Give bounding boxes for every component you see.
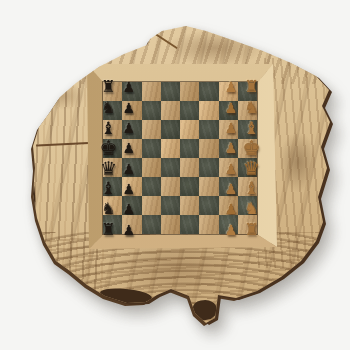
black-pawn[interactable]: ♟ xyxy=(123,181,136,195)
square-r8c7[interactable]: ♟ xyxy=(219,215,238,234)
square-r5c7[interactable]: ♟ xyxy=(219,158,238,177)
square-r1c7[interactable]: ♟ xyxy=(219,82,238,101)
black-pawn[interactable]: ♟ xyxy=(123,141,136,155)
square-r3c3[interactable] xyxy=(142,120,161,139)
square-r7c4[interactable] xyxy=(161,196,180,215)
white-rook[interactable]: ♜ xyxy=(244,79,258,95)
white-pawn[interactable]: ♟ xyxy=(225,100,238,114)
square-r8c3[interactable] xyxy=(142,215,161,234)
square-r6c6[interactable] xyxy=(199,177,218,196)
square-r6c3[interactable] xyxy=(142,177,161,196)
black-pawn[interactable]: ♟ xyxy=(123,202,136,216)
square-r3c6[interactable] xyxy=(199,120,218,139)
square-r5c5[interactable] xyxy=(180,158,199,177)
square-r8c4[interactable] xyxy=(161,215,180,234)
black-pawn[interactable]: ♟ xyxy=(123,222,136,236)
black-bishop[interactable]: ♝ xyxy=(101,119,116,136)
slab-shadow-wrap: ♜♟♟♜♞♟♟♞♝♟♟♝♚♟♟♚♛♟♟♛♝♟♟♝♞♟♟♞♜♟♟♜ xyxy=(0,0,350,350)
square-r2c7[interactable]: ♟ xyxy=(219,101,238,120)
bark-patch xyxy=(29,100,39,140)
square-r7c2[interactable]: ♟ xyxy=(122,196,141,215)
square-r5c4[interactable] xyxy=(161,158,180,177)
square-r2c5[interactable] xyxy=(180,101,199,120)
square-r6c1[interactable]: ♝ xyxy=(103,177,122,196)
square-r6c4[interactable] xyxy=(161,177,180,196)
square-r4c3[interactable] xyxy=(142,139,161,158)
white-pawn[interactable]: ♟ xyxy=(225,222,238,236)
square-r4c8[interactable]: ♚ xyxy=(238,139,257,158)
square-r7c5[interactable] xyxy=(180,196,199,215)
white-king[interactable]: ♚ xyxy=(243,138,261,158)
square-r1c3[interactable] xyxy=(142,82,161,101)
black-knight[interactable]: ♞ xyxy=(101,99,115,115)
white-pawn[interactable]: ♟ xyxy=(225,121,238,135)
wood-crack xyxy=(148,29,178,49)
square-r8c5[interactable] xyxy=(180,215,199,234)
black-bishop[interactable]: ♝ xyxy=(101,180,116,197)
square-r7c7[interactable]: ♟ xyxy=(219,196,238,215)
square-r1c2[interactable]: ♟ xyxy=(122,82,141,101)
black-king[interactable]: ♚ xyxy=(99,138,117,158)
black-pawn[interactable]: ♟ xyxy=(123,100,136,114)
square-r3c2[interactable]: ♟ xyxy=(122,120,141,139)
white-pawn[interactable]: ♟ xyxy=(225,141,238,155)
square-r4c2[interactable]: ♟ xyxy=(122,139,141,158)
square-r8c8[interactable]: ♜ xyxy=(238,215,257,234)
olive-wood-slab: ♜♟♟♜♞♟♟♞♝♟♟♝♚♟♟♚♛♟♟♛♝♟♟♝♞♟♟♞♜♟♟♜ xyxy=(0,0,350,350)
square-r2c6[interactable] xyxy=(199,101,218,120)
square-r5c1[interactable]: ♛ xyxy=(103,158,122,177)
square-r7c3[interactable] xyxy=(142,196,161,215)
square-r5c3[interactable] xyxy=(142,158,161,177)
white-knight[interactable]: ♞ xyxy=(244,99,258,115)
square-r6c8[interactable]: ♝ xyxy=(238,177,257,196)
square-r1c4[interactable] xyxy=(161,82,180,101)
white-pawn[interactable]: ♟ xyxy=(225,181,238,195)
square-r6c7[interactable]: ♟ xyxy=(219,177,238,196)
square-r2c3[interactable] xyxy=(142,101,161,120)
square-r4c1[interactable]: ♚ xyxy=(103,139,122,158)
square-r6c2[interactable]: ♟ xyxy=(122,177,141,196)
square-r8c2[interactable]: ♟ xyxy=(122,215,141,234)
black-rook[interactable]: ♜ xyxy=(101,221,115,237)
white-bishop[interactable]: ♝ xyxy=(244,180,259,197)
black-queen[interactable]: ♛ xyxy=(100,159,117,178)
square-r3c4[interactable] xyxy=(161,120,180,139)
square-r1c6[interactable] xyxy=(199,82,218,101)
white-queen[interactable]: ♛ xyxy=(243,159,260,178)
square-r7c6[interactable] xyxy=(199,196,218,215)
white-pawn[interactable]: ♟ xyxy=(225,80,238,94)
square-r1c5[interactable] xyxy=(180,82,199,101)
square-r4c4[interactable] xyxy=(161,139,180,158)
white-pawn[interactable]: ♟ xyxy=(225,202,238,216)
square-r2c4[interactable] xyxy=(161,101,180,120)
square-r8c6[interactable] xyxy=(199,215,218,234)
square-r5c8[interactable]: ♛ xyxy=(238,158,257,177)
square-r8c1[interactable]: ♜ xyxy=(103,215,122,234)
square-r3c1[interactable]: ♝ xyxy=(103,120,122,139)
square-r7c1[interactable]: ♞ xyxy=(103,196,122,215)
square-r4c5[interactable] xyxy=(180,139,199,158)
square-r7c8[interactable]: ♞ xyxy=(238,196,257,215)
white-bishop[interactable]: ♝ xyxy=(244,119,259,136)
square-r2c2[interactable]: ♟ xyxy=(122,101,141,120)
black-rook[interactable]: ♜ xyxy=(101,79,115,95)
square-r3c5[interactable] xyxy=(180,120,199,139)
square-r6c5[interactable] xyxy=(180,177,199,196)
square-r5c6[interactable] xyxy=(199,158,218,177)
square-r3c7[interactable]: ♟ xyxy=(219,120,238,139)
black-pawn[interactable]: ♟ xyxy=(123,161,136,175)
photo-scene: ♜♟♟♜♞♟♟♞♝♟♟♝♚♟♟♚♛♟♟♛♝♟♟♝♞♟♟♞♜♟♟♜ xyxy=(0,0,350,350)
white-rook[interactable]: ♜ xyxy=(244,221,258,237)
square-r4c7[interactable]: ♟ xyxy=(219,139,238,158)
black-pawn[interactable]: ♟ xyxy=(123,121,136,135)
black-pawn[interactable]: ♟ xyxy=(123,80,136,94)
square-r4c6[interactable] xyxy=(199,139,218,158)
chess-board[interactable]: ♜♟♟♜♞♟♟♞♝♟♟♝♚♟♟♚♛♟♟♛♝♟♟♝♞♟♟♞♜♟♟♜ xyxy=(102,81,258,235)
square-r5c2[interactable]: ♟ xyxy=(122,158,141,177)
white-pawn[interactable]: ♟ xyxy=(225,161,238,175)
